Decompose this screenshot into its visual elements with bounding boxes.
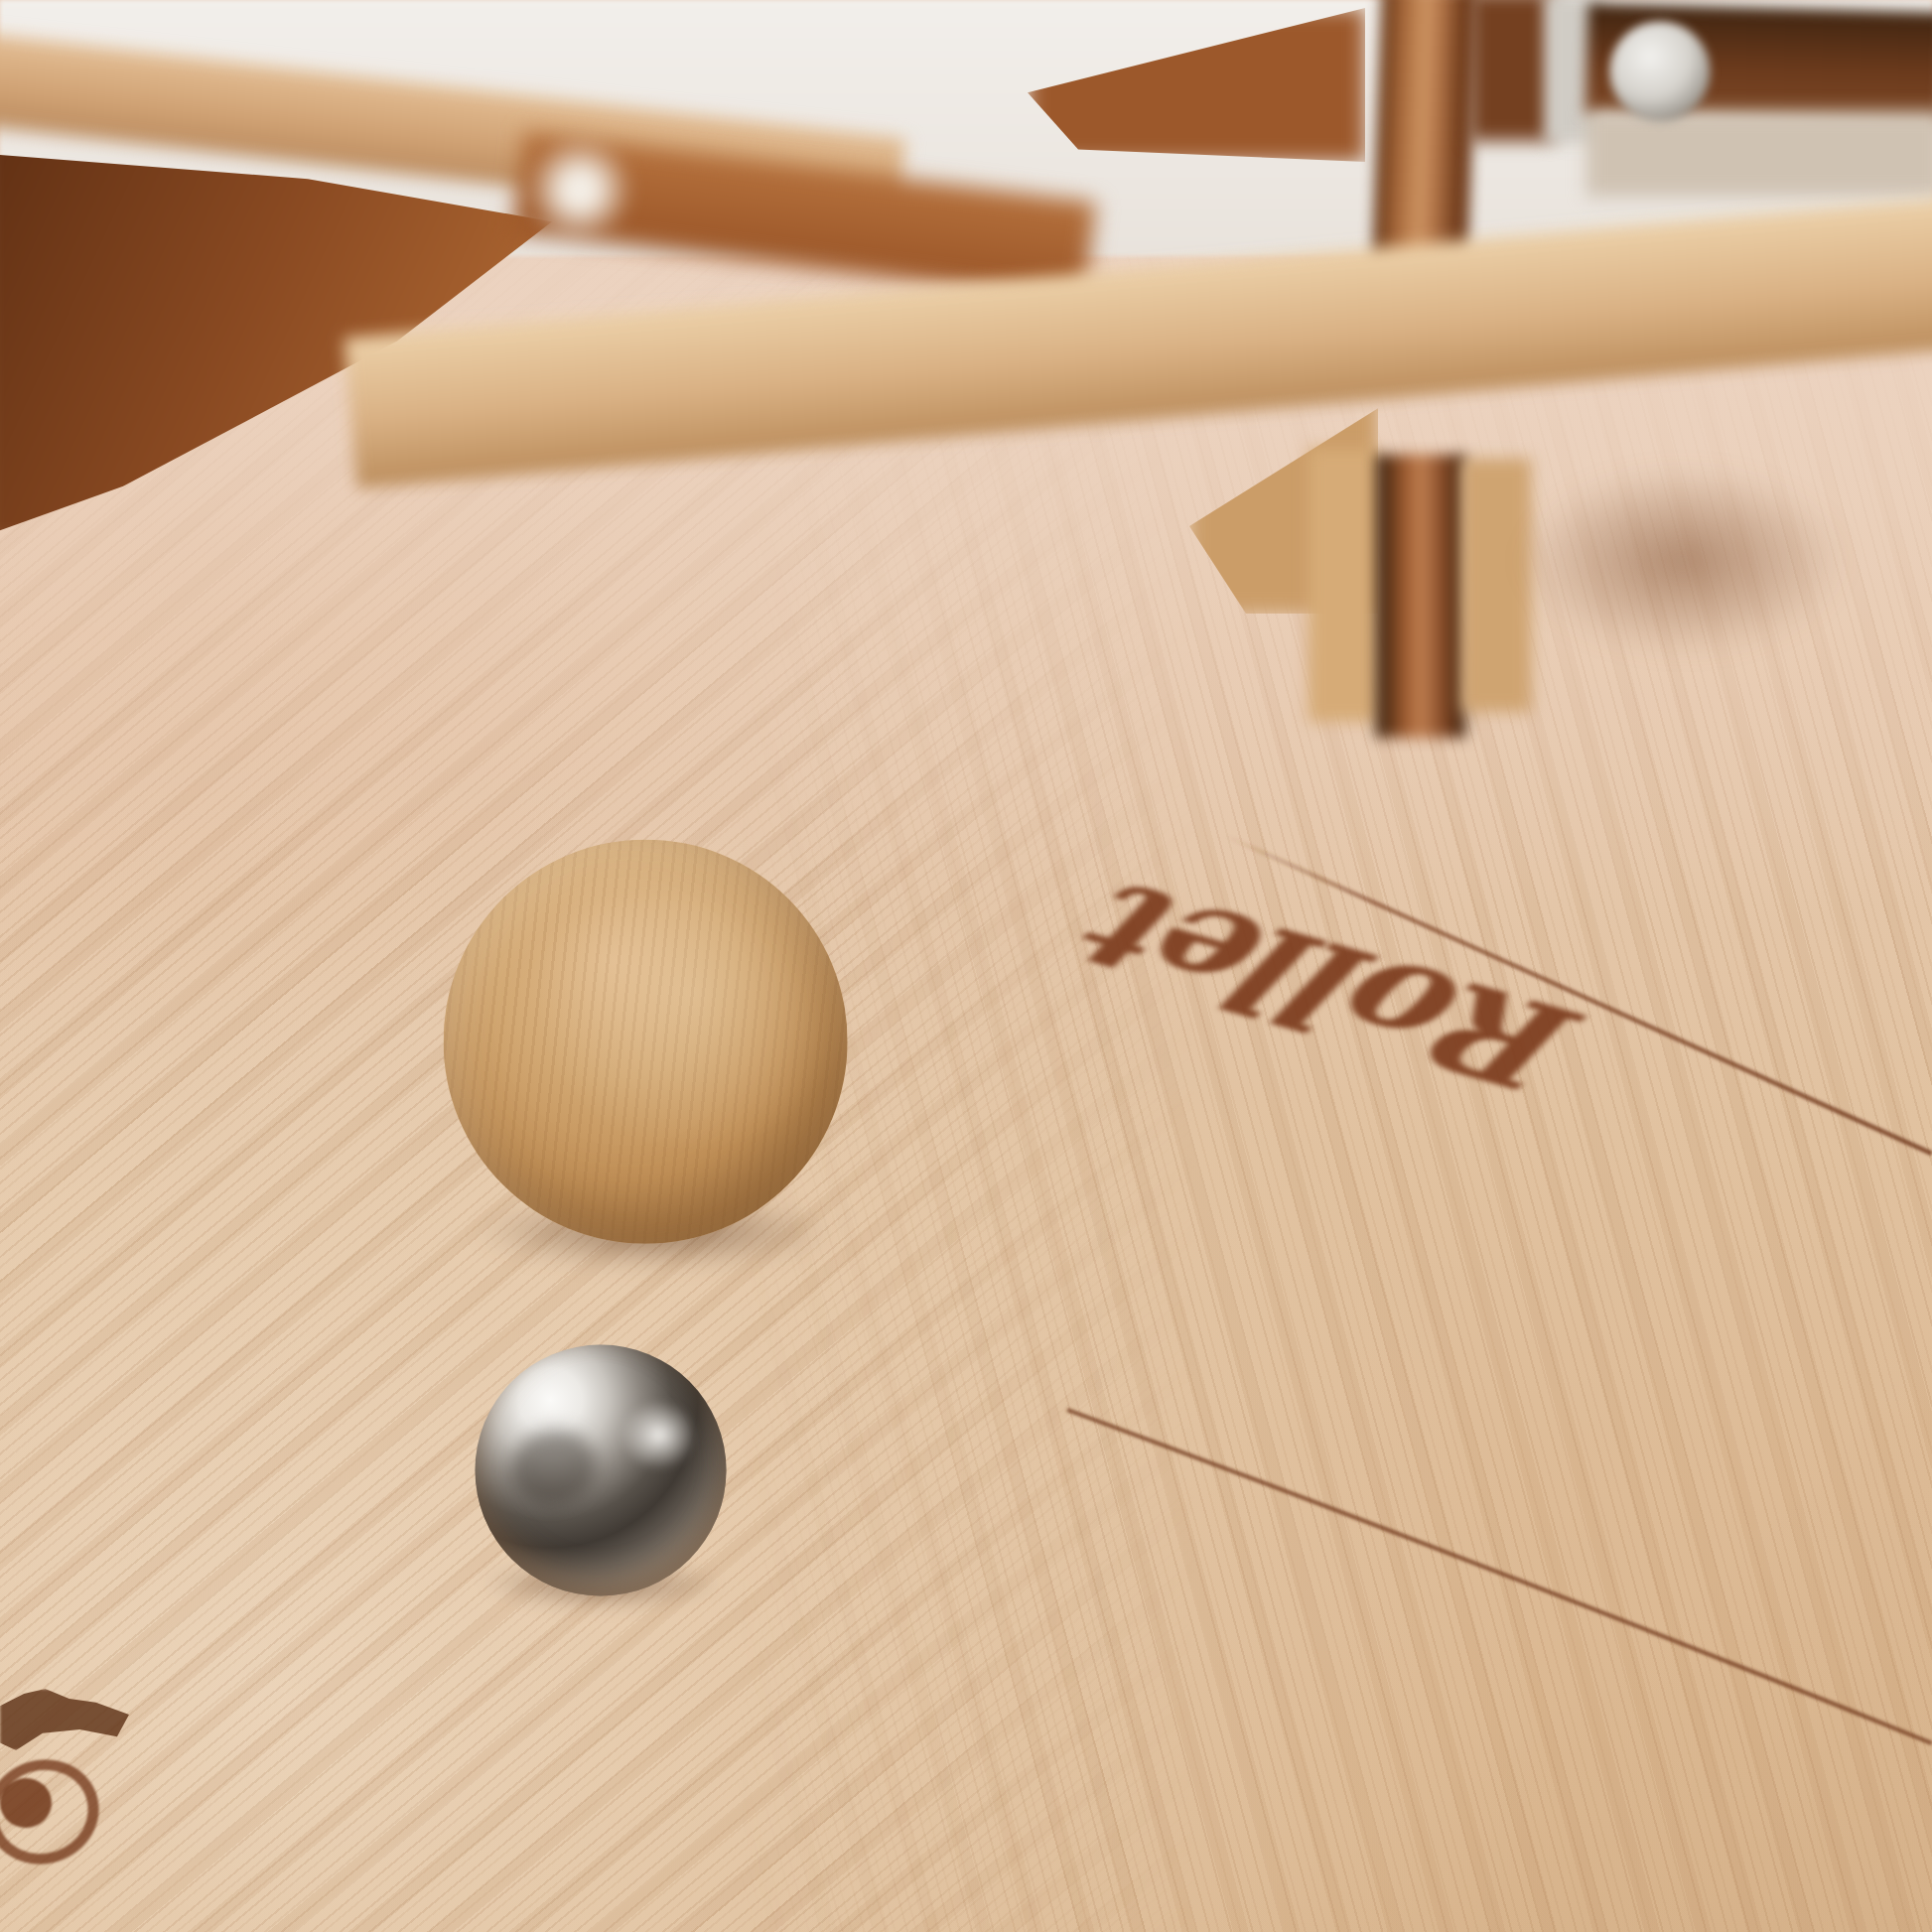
hub-post-left <box>1309 449 1380 722</box>
hub-post-copper <box>1376 455 1465 738</box>
steel-ball-surface <box>476 1344 727 1595</box>
white-ball-background[interactable] <box>526 136 632 242</box>
steel-ball-background[interactable] <box>1609 21 1710 121</box>
wooden-ball-surface <box>444 840 848 1244</box>
far-rail-gray-strip <box>1587 111 1932 197</box>
hub-post-right <box>1461 459 1531 712</box>
burned-ring-center <box>0 1778 52 1828</box>
wooden-ball[interactable] <box>444 840 848 1244</box>
steel-ball-bg-surface <box>1609 21 1710 121</box>
scored-line-lower <box>1067 1410 1932 1743</box>
steel-ball[interactable] <box>476 1344 727 1595</box>
hub-shadow <box>1519 467 1847 655</box>
white-ball-surface <box>526 136 632 242</box>
rollet-board-photo: Rollet <box>0 0 1932 1932</box>
support-post-shadow <box>1469 0 1555 141</box>
